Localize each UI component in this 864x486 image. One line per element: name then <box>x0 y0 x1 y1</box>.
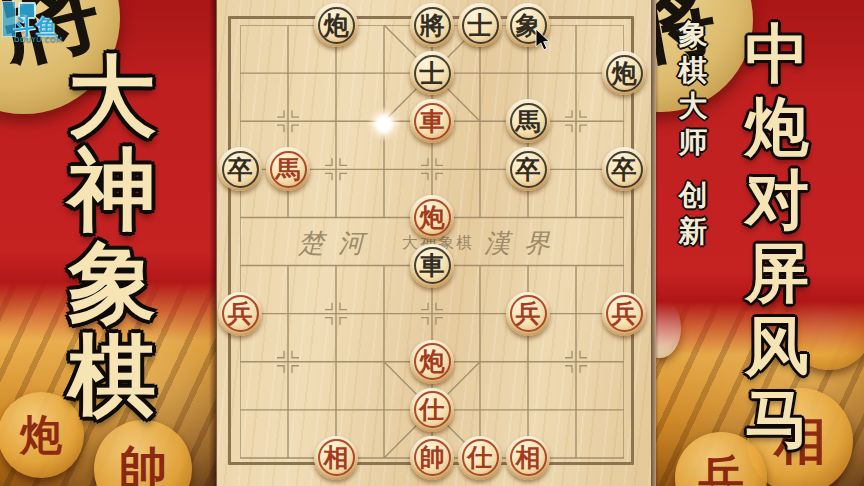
piece-character: 炮 <box>324 13 349 38</box>
title-character: 对 <box>735 163 819 236</box>
piece-character: 兵 <box>612 301 637 326</box>
piece-character: 仕 <box>468 445 493 470</box>
piece-black[interactable]: 炮 <box>314 3 358 47</box>
right-banner-title: 中炮对屏风马 <box>735 17 819 455</box>
piece-character: 帥 <box>420 445 445 470</box>
right-banner-subtitle: 象棋大师创新 <box>672 16 714 249</box>
title-character: 新 <box>672 213 714 249</box>
title-character: 炮 <box>735 90 819 163</box>
piece-red[interactable]: 相 <box>506 436 550 480</box>
piece-character: 仕 <box>420 397 445 422</box>
piece-character: 馬 <box>516 109 541 134</box>
piece-character: 馬 <box>276 157 301 182</box>
piece-character: 炮 <box>420 349 445 374</box>
piece-character: 車 <box>420 253 445 278</box>
title-character: 中 <box>735 17 819 90</box>
piece-red[interactable]: 馬 <box>266 147 310 191</box>
right-banner: 相 兵 將 中炮对屏风马 象棋大师创新 <box>655 0 864 486</box>
piece-character: 相 <box>324 445 349 470</box>
piece-red[interactable]: 兵 <box>218 292 262 336</box>
piece-character: 車 <box>420 109 445 134</box>
piece-black[interactable]: 馬 <box>506 99 550 143</box>
title-character: 马 <box>735 382 819 455</box>
piece-character: 炮 <box>420 205 445 230</box>
board-right-edge-shadow <box>651 0 659 486</box>
piece-black[interactable]: 卒 <box>602 147 646 191</box>
title-character: 大 <box>54 50 170 143</box>
piece-character: 士 <box>420 61 445 86</box>
piece-character: 卒 <box>612 157 637 182</box>
douyu-domain-text: DOUYU.COM <box>14 36 63 44</box>
piece-red[interactable]: 兵 <box>506 292 550 336</box>
piece-character: 士 <box>468 13 493 38</box>
stream-frame: 炮 帥 將 大神象棋 相 兵 將 中炮对屏风马 象棋大师创新 楚河 漢界 大神象… <box>0 0 864 486</box>
left-banner-title: 大神象棋 <box>54 50 170 422</box>
piece-character: 炮 <box>612 61 637 86</box>
piece-black[interactable]: 士 <box>410 51 454 95</box>
xiangqi-board[interactable]: 楚河 漢界 大神象棋 炮將士象士炮車馬卒馬卒卒炮車兵兵兵炮仕相帥仕相 <box>216 0 656 486</box>
title-character: 创 <box>672 177 714 213</box>
title-character: 屏 <box>735 236 819 309</box>
piece-character: 卒 <box>228 157 253 182</box>
piece-character: 兵 <box>228 301 253 326</box>
piece-layer[interactable]: 炮將士象士炮車馬卒馬卒卒炮車兵兵兵炮仕相帥仕相 <box>216 1 648 482</box>
title-character: 大 <box>672 88 714 124</box>
title-character: 象 <box>54 236 170 329</box>
title-character: 象 <box>672 16 714 52</box>
piece-red[interactable]: 兵 <box>602 292 646 336</box>
douyu-watermark: 斗鱼 DOUYU.COM <box>8 1 78 51</box>
piece-character: 兵 <box>516 301 541 326</box>
piece-red[interactable]: 帥 <box>410 436 454 480</box>
piece-black[interactable]: 卒 <box>506 147 550 191</box>
last-move-sparkle-effect <box>367 107 401 141</box>
left-banner: 炮 帥 將 大神象棋 <box>0 0 216 486</box>
piece-black[interactable]: 車 <box>410 244 454 288</box>
piece-red[interactable]: 炮 <box>410 195 454 239</box>
piece-black[interactable]: 將 <box>410 3 454 47</box>
piece-black[interactable]: 士 <box>458 3 502 47</box>
title-character: 棋 <box>54 329 170 422</box>
piece-character: 相 <box>516 445 541 470</box>
title-character: 师 <box>672 124 714 160</box>
title-character: 神 <box>54 143 170 236</box>
piece-black[interactable]: 炮 <box>602 51 646 95</box>
mouse-cursor-icon <box>535 29 553 53</box>
piece-character: 將 <box>420 13 445 38</box>
title-character: 风 <box>735 309 819 382</box>
piece-red[interactable]: 仕 <box>410 388 454 432</box>
piece-character: 卒 <box>516 157 541 182</box>
title-character: 棋 <box>672 52 714 88</box>
piece-red[interactable]: 仕 <box>458 436 502 480</box>
piece-red[interactable]: 炮 <box>410 340 454 384</box>
piece-black[interactable]: 卒 <box>218 147 262 191</box>
piece-red[interactable]: 相 <box>314 436 358 480</box>
piece-red[interactable]: 車 <box>410 99 454 143</box>
